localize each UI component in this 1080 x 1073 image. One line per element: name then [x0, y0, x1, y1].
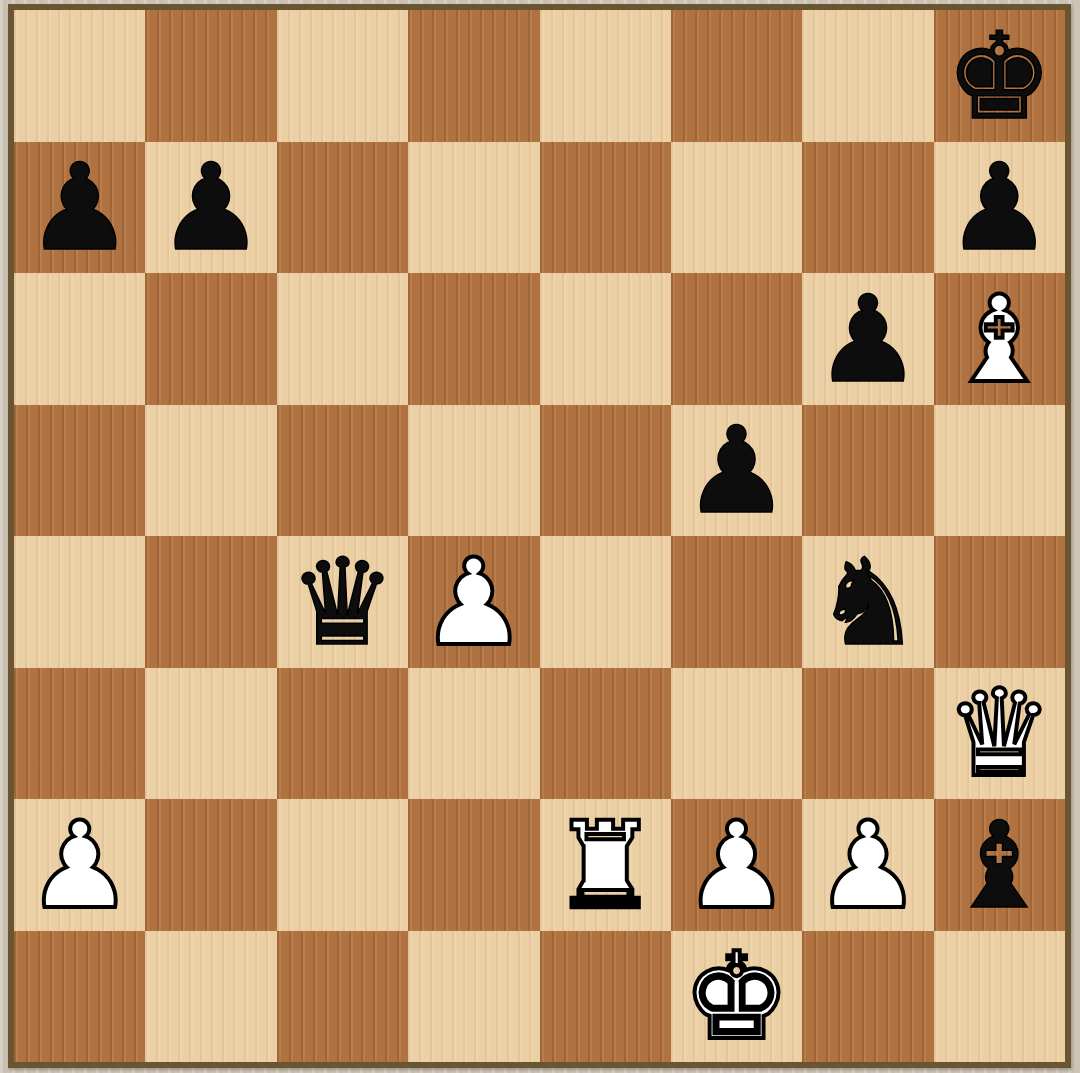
square-g8[interactable]: [802, 10, 933, 142]
black-pawn[interactable]: ♟: [26, 148, 134, 268]
square-e8[interactable]: [540, 10, 671, 142]
white-bishop[interactable]: ♝: [946, 280, 1054, 400]
white-pawn[interactable]: ♟: [683, 806, 791, 926]
square-e6[interactable]: [540, 273, 671, 405]
square-b5[interactable]: [145, 405, 276, 537]
square-d6[interactable]: [408, 273, 539, 405]
square-b1[interactable]: [145, 931, 276, 1063]
square-c6[interactable]: [277, 273, 408, 405]
square-f3[interactable]: [671, 668, 802, 800]
square-f1[interactable]: ♚: [671, 931, 802, 1063]
square-h8[interactable]: ♚: [934, 10, 1065, 142]
square-h1[interactable]: [934, 931, 1065, 1063]
square-d7[interactable]: [408, 142, 539, 274]
square-b7[interactable]: ♟: [145, 142, 276, 274]
chess-board: ♚♟♟♟♟♝♟♛♟♞♛♟♜♟♟♝♚: [8, 4, 1071, 1068]
square-c3[interactable]: [277, 668, 408, 800]
square-f6[interactable]: [671, 273, 802, 405]
square-e1[interactable]: [540, 931, 671, 1063]
square-b6[interactable]: [145, 273, 276, 405]
square-c7[interactable]: [277, 142, 408, 274]
square-h2[interactable]: ♝: [934, 799, 1065, 931]
square-h4[interactable]: [934, 536, 1065, 668]
black-knight[interactable]: ♞: [814, 543, 922, 663]
square-g5[interactable]: [802, 405, 933, 537]
square-g4[interactable]: ♞: [802, 536, 933, 668]
white-pawn[interactable]: ♟: [814, 806, 922, 926]
square-c5[interactable]: [277, 405, 408, 537]
square-e4[interactable]: [540, 536, 671, 668]
square-g6[interactable]: ♟: [802, 273, 933, 405]
square-d5[interactable]: [408, 405, 539, 537]
square-a3[interactable]: [14, 668, 145, 800]
board-grid: ♚♟♟♟♟♝♟♛♟♞♛♟♜♟♟♝♚: [14, 10, 1065, 1062]
square-h6[interactable]: ♝: [934, 273, 1065, 405]
square-h5[interactable]: [934, 405, 1065, 537]
square-g1[interactable]: [802, 931, 933, 1063]
square-c1[interactable]: [277, 931, 408, 1063]
square-a2[interactable]: ♟: [14, 799, 145, 931]
square-e7[interactable]: [540, 142, 671, 274]
black-king[interactable]: ♚: [946, 17, 1054, 137]
black-queen[interactable]: ♛: [289, 543, 397, 663]
square-a8[interactable]: [14, 10, 145, 142]
black-pawn[interactable]: ♟: [683, 411, 791, 531]
square-a7[interactable]: ♟: [14, 142, 145, 274]
square-d3[interactable]: [408, 668, 539, 800]
black-pawn[interactable]: ♟: [814, 280, 922, 400]
square-e2[interactable]: ♜: [540, 799, 671, 931]
square-d8[interactable]: [408, 10, 539, 142]
black-pawn[interactable]: ♟: [946, 148, 1054, 268]
square-f4[interactable]: [671, 536, 802, 668]
square-a6[interactable]: [14, 273, 145, 405]
square-f8[interactable]: [671, 10, 802, 142]
black-bishop[interactable]: ♝: [946, 806, 1054, 926]
white-queen[interactable]: ♛: [946, 674, 1054, 794]
square-f2[interactable]: ♟: [671, 799, 802, 931]
black-pawn[interactable]: ♟: [157, 148, 265, 268]
square-a4[interactable]: [14, 536, 145, 668]
square-c8[interactable]: [277, 10, 408, 142]
white-pawn[interactable]: ♟: [26, 806, 134, 926]
square-e5[interactable]: [540, 405, 671, 537]
square-d1[interactable]: [408, 931, 539, 1063]
square-e3[interactable]: [540, 668, 671, 800]
page: { "game": "chess", "orientation": "white…: [0, 0, 1080, 1073]
square-h3[interactable]: ♛: [934, 668, 1065, 800]
square-d4[interactable]: ♟: [408, 536, 539, 668]
square-c2[interactable]: [277, 799, 408, 931]
square-c4[interactable]: ♛: [277, 536, 408, 668]
square-a1[interactable]: [14, 931, 145, 1063]
square-f5[interactable]: ♟: [671, 405, 802, 537]
square-g7[interactable]: [802, 142, 933, 274]
square-d2[interactable]: [408, 799, 539, 931]
square-b4[interactable]: [145, 536, 276, 668]
square-b2[interactable]: [145, 799, 276, 931]
square-g2[interactable]: ♟: [802, 799, 933, 931]
white-king[interactable]: ♚: [683, 937, 791, 1057]
square-b3[interactable]: [145, 668, 276, 800]
white-rook[interactable]: ♜: [551, 806, 659, 926]
white-pawn[interactable]: ♟: [420, 543, 528, 663]
square-h7[interactable]: ♟: [934, 142, 1065, 274]
square-f7[interactable]: [671, 142, 802, 274]
square-g3[interactable]: [802, 668, 933, 800]
square-b8[interactable]: [145, 10, 276, 142]
square-a5[interactable]: [14, 405, 145, 537]
